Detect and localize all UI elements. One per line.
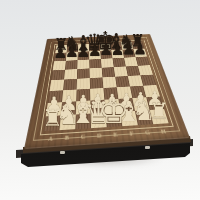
square-b1 bbox=[59, 114, 75, 130]
file-label: D bbox=[97, 132, 102, 138]
file-label: C bbox=[81, 133, 85, 139]
board-squares bbox=[44, 41, 169, 131]
file-label: E bbox=[113, 131, 118, 137]
square-c3 bbox=[76, 89, 90, 102]
square-b4 bbox=[63, 79, 77, 90]
square-a2 bbox=[46, 102, 62, 116]
file-label: A bbox=[48, 136, 53, 143]
square-b3 bbox=[62, 90, 77, 103]
file-label: G bbox=[144, 129, 150, 135]
square-h1 bbox=[150, 109, 169, 124]
square-d4 bbox=[90, 77, 104, 88]
square-d3 bbox=[90, 88, 104, 101]
square-a1 bbox=[44, 115, 61, 131]
chess-set-photo: ABCDEFGH ♜♞♝♛♚♝♞♜♟♟♟♟♟♟♟♟♟♟♟♟♟♟♟♟♜♞♝♛♚♝♞… bbox=[0, 0, 200, 200]
square-d1 bbox=[91, 113, 107, 128]
file-labels: ABCDEFGH bbox=[47, 34, 150, 39]
clasp-icon bbox=[60, 151, 65, 154]
chess-board: ABCDEFGH bbox=[24, 34, 190, 149]
file-label: H bbox=[160, 128, 166, 134]
square-d2 bbox=[90, 100, 105, 114]
square-c4 bbox=[77, 78, 90, 89]
square-b2 bbox=[61, 101, 76, 115]
square-h2 bbox=[146, 96, 164, 110]
file-label: F bbox=[129, 130, 134, 136]
square-c2 bbox=[76, 101, 91, 115]
square-h3 bbox=[143, 85, 160, 97]
square-h4 bbox=[140, 75, 156, 86]
file-label: B bbox=[65, 134, 69, 140]
square-a3 bbox=[48, 90, 63, 103]
clasp-icon bbox=[145, 145, 150, 148]
square-c1 bbox=[75, 114, 91, 130]
